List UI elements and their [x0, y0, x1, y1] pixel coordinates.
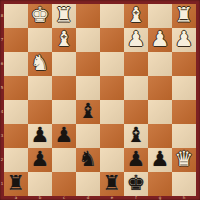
white-pawn[interactable]: ♟ [175, 29, 194, 51]
square-c5[interactable] [52, 76, 76, 100]
white-pawn[interactable]: ♟ [127, 29, 146, 51]
square-h8[interactable]: ♜ [172, 4, 196, 28]
square-f8[interactable]: ♝ [124, 4, 148, 28]
square-c8[interactable]: ♜ [52, 4, 76, 28]
white-queen[interactable]: ♛ [175, 149, 194, 171]
square-a1[interactable]: ♜ [4, 172, 28, 196]
square-e2[interactable] [100, 148, 124, 172]
square-f6[interactable] [124, 52, 148, 76]
square-g8[interactable] [148, 4, 172, 28]
square-b2[interactable]: ♟ [28, 148, 52, 172]
square-b4[interactable] [28, 100, 52, 124]
white-bishop[interactable]: ♝ [55, 29, 74, 51]
black-pawn[interactable]: ♟ [31, 125, 50, 147]
square-e1[interactable]: ♜ [100, 172, 124, 196]
square-f1[interactable]: ♚ [124, 172, 148, 196]
square-a8[interactable] [4, 4, 28, 28]
square-d5[interactable] [76, 76, 100, 100]
chess-board-frame: 87654321 abcdefgh ♚♜♝♜♝♟♟♟♞♝♟♟♝♟♞♟♟♛♜♜♚ [0, 0, 200, 200]
square-h6[interactable] [172, 52, 196, 76]
square-b5[interactable] [28, 76, 52, 100]
black-pawn[interactable]: ♟ [151, 149, 170, 171]
square-a2[interactable] [4, 148, 28, 172]
square-g4[interactable] [148, 100, 172, 124]
square-b1[interactable] [28, 172, 52, 196]
square-h3[interactable] [172, 124, 196, 148]
square-d7[interactable] [76, 28, 100, 52]
square-h1[interactable] [172, 172, 196, 196]
square-a5[interactable] [4, 76, 28, 100]
square-f5[interactable] [124, 76, 148, 100]
white-knight[interactable]: ♞ [31, 53, 50, 75]
square-d3[interactable] [76, 124, 100, 148]
square-g1[interactable] [148, 172, 172, 196]
square-d1[interactable] [76, 172, 100, 196]
square-e8[interactable] [100, 4, 124, 28]
black-rook[interactable]: ♜ [103, 173, 122, 195]
square-e5[interactable] [100, 76, 124, 100]
square-b3[interactable]: ♟ [28, 124, 52, 148]
square-d2[interactable]: ♞ [76, 148, 100, 172]
black-pawn[interactable]: ♟ [127, 149, 146, 171]
square-d6[interactable] [76, 52, 100, 76]
black-pawn[interactable]: ♟ [55, 125, 74, 147]
square-c4[interactable] [52, 100, 76, 124]
chess-board: ♚♜♝♜♝♟♟♟♞♝♟♟♝♟♞♟♟♛♜♜♚ [4, 4, 196, 196]
square-a6[interactable] [4, 52, 28, 76]
square-a4[interactable] [4, 100, 28, 124]
black-king[interactable]: ♚ [127, 173, 146, 195]
square-g6[interactable] [148, 52, 172, 76]
square-f3[interactable]: ♝ [124, 124, 148, 148]
black-bishop[interactable]: ♝ [79, 101, 98, 123]
square-f2[interactable]: ♟ [124, 148, 148, 172]
square-a3[interactable] [4, 124, 28, 148]
white-bishop[interactable]: ♝ [127, 5, 146, 27]
square-b7[interactable] [28, 28, 52, 52]
black-rook[interactable]: ♜ [7, 173, 26, 195]
square-f4[interactable] [124, 100, 148, 124]
white-king[interactable]: ♚ [31, 5, 50, 27]
square-e7[interactable] [100, 28, 124, 52]
square-e6[interactable] [100, 52, 124, 76]
square-g3[interactable] [148, 124, 172, 148]
square-a7[interactable] [4, 28, 28, 52]
square-f7[interactable]: ♟ [124, 28, 148, 52]
square-h7[interactable]: ♟ [172, 28, 196, 52]
square-h2[interactable]: ♛ [172, 148, 196, 172]
square-h5[interactable] [172, 76, 196, 100]
square-e4[interactable] [100, 100, 124, 124]
square-d8[interactable] [76, 4, 100, 28]
square-c2[interactable] [52, 148, 76, 172]
square-c6[interactable] [52, 52, 76, 76]
white-rook[interactable]: ♜ [55, 5, 74, 27]
black-knight[interactable]: ♞ [79, 149, 98, 171]
square-e3[interactable] [100, 124, 124, 148]
square-g7[interactable]: ♟ [148, 28, 172, 52]
square-b8[interactable]: ♚ [28, 4, 52, 28]
square-c7[interactable]: ♝ [52, 28, 76, 52]
square-c1[interactable] [52, 172, 76, 196]
black-bishop[interactable]: ♝ [127, 125, 146, 147]
square-c3[interactable]: ♟ [52, 124, 76, 148]
white-rook[interactable]: ♜ [175, 5, 194, 27]
white-pawn[interactable]: ♟ [151, 29, 170, 51]
square-g5[interactable] [148, 76, 172, 100]
square-g2[interactable]: ♟ [148, 148, 172, 172]
chess-app: 87654321 abcdefgh ♚♜♝♜♝♟♟♟♞♝♟♟♝♟♞♟♟♛♜♜♚ [0, 0, 200, 200]
black-pawn[interactable]: ♟ [31, 149, 50, 171]
square-d4[interactable]: ♝ [76, 100, 100, 124]
square-b6[interactable]: ♞ [28, 52, 52, 76]
square-h4[interactable] [172, 100, 196, 124]
